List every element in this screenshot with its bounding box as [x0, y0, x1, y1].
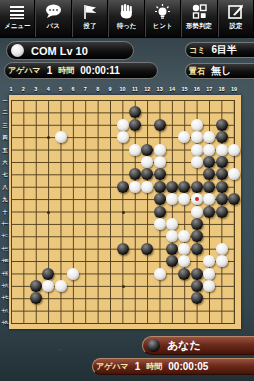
handicap-pill: 置石 無し — [185, 63, 254, 79]
white-stone-6-15[interactable] — [67, 268, 79, 280]
black-stone-13-8[interactable] — [154, 181, 166, 193]
black-time-label: 時間 — [146, 361, 162, 372]
col-label-15: 15 — [178, 86, 190, 92]
resign-button[interactable]: 投了 — [72, 0, 108, 37]
col-label-16: 16 — [191, 86, 203, 92]
handicap-label: 置石 — [189, 66, 205, 77]
star-point — [47, 211, 50, 214]
pass-button[interactable]: パス — [35, 0, 71, 37]
white-captures-pill: アゲハマ 1 時間 00:00:11 — [4, 62, 158, 79]
row-label-4: 四 — [0, 134, 9, 140]
black-stone-17-8[interactable] — [203, 181, 215, 193]
pass-icon — [45, 3, 62, 20]
black-stone-icon — [147, 339, 160, 352]
black-stone-15-15[interactable] — [178, 268, 190, 280]
col-label-13: 13 — [154, 86, 166, 92]
komi-label: コミ — [189, 45, 205, 56]
black-stone-18-9[interactable] — [216, 193, 228, 205]
col-label-2: 2 — [17, 86, 29, 92]
black-stone-10-8[interactable] — [117, 181, 129, 193]
white-stone-11-5[interactable] — [129, 144, 141, 156]
black-stone-17-10[interactable] — [203, 206, 215, 218]
black-stone-16-15[interactable] — [191, 268, 203, 280]
black-stone-11-3[interactable] — [129, 119, 141, 131]
row-label-10: 十 — [0, 209, 9, 215]
black-stone-3-16[interactable] — [30, 280, 42, 292]
star-point — [122, 211, 125, 214]
white-stone-5-16[interactable] — [55, 280, 67, 292]
white-stone-17-5[interactable] — [203, 144, 215, 156]
white-stone-14-11[interactable] — [166, 218, 178, 230]
black-stone-13-9[interactable] — [154, 193, 166, 205]
white-stone-10-3[interactable] — [117, 119, 129, 131]
handicap-value: 無し — [211, 64, 231, 78]
row-label-5: 五 — [0, 147, 9, 153]
white-stone-12-8[interactable] — [141, 181, 153, 193]
row-label-3: 三 — [0, 122, 9, 128]
black-stone-18-6[interactable] — [216, 156, 228, 168]
hint-label: ヒント — [153, 21, 173, 30]
white-stone-18-14[interactable] — [216, 255, 228, 267]
white-stone-icon — [11, 44, 24, 57]
black-stone-13-3[interactable] — [154, 119, 166, 131]
white-stone-19-5[interactable] — [228, 144, 240, 156]
black-stone-18-7[interactable] — [216, 168, 228, 180]
black-stone-16-16[interactable] — [191, 280, 203, 292]
black-stone-12-5[interactable] — [141, 144, 153, 156]
resign-label: 投了 — [84, 21, 97, 30]
white-stone-5-4[interactable] — [55, 131, 67, 143]
black-stone-16-8[interactable] — [191, 181, 203, 193]
hint-button[interactable]: ヒント — [145, 0, 181, 37]
black-captures-pill: アゲハマ 1 時間 00:00:05 — [92, 358, 254, 375]
black-stone-13-10[interactable] — [154, 206, 166, 218]
col-label-4: 4 — [42, 86, 54, 92]
black-stone-18-4[interactable] — [216, 131, 228, 143]
row-label-18: 十八 — [0, 308, 9, 313]
row-label-19: 十九 — [0, 320, 9, 325]
row-label-13: 十三 — [0, 246, 9, 251]
black-captures-label: アゲハマ — [96, 361, 129, 372]
black-stone-12-13[interactable] — [141, 243, 153, 255]
white-stone-13-15[interactable] — [154, 268, 166, 280]
menu-button[interactable]: メニュー — [0, 0, 35, 37]
white-stone-16-10[interactable] — [191, 206, 203, 218]
black-stone-16-11[interactable] — [191, 218, 203, 230]
hint-bulb-icon — [154, 3, 171, 20]
com-player-name: COM Lv 10 — [31, 45, 88, 57]
white-stone-16-6[interactable] — [191, 156, 203, 168]
col-label-18: 18 — [216, 86, 228, 92]
row-label-9: 九 — [0, 196, 9, 202]
human-player-pill: あなた — [142, 336, 254, 355]
white-stone-13-11[interactable] — [154, 218, 166, 230]
resign-flag-icon — [82, 3, 98, 20]
col-label-6: 6 — [67, 86, 79, 92]
black-clock: 00:00:05 — [168, 361, 208, 372]
col-label-10: 10 — [117, 86, 129, 92]
undo-button[interactable]: 待った — [108, 0, 144, 37]
row-label-12: 十二 — [0, 233, 9, 238]
white-stone-13-5[interactable] — [154, 144, 166, 156]
black-stone-18-3[interactable] — [216, 119, 228, 131]
judgement-label: 形勢判定 — [186, 21, 212, 30]
white-stone-10-4[interactable] — [117, 131, 129, 143]
col-label-3: 3 — [30, 86, 42, 92]
black-stone-4-15[interactable] — [42, 268, 54, 280]
white-stone-18-13[interactable] — [216, 243, 228, 255]
row-label-15: 十五 — [0, 271, 9, 276]
black-stone-14-8[interactable] — [166, 181, 178, 193]
settings-button[interactable]: 設定 — [218, 0, 254, 37]
row-label-2: 二 — [0, 109, 9, 115]
go-app-window: メニュー パス 投了 待った ヒント — [0, 0, 254, 381]
settings-icon — [228, 3, 244, 20]
black-stone-13-7[interactable] — [154, 168, 166, 180]
menu-label: メニュー — [4, 21, 30, 30]
col-label-9: 9 — [104, 86, 116, 92]
last-move-marker — [195, 197, 199, 201]
black-stone-19-9[interactable] — [228, 193, 240, 205]
white-stone-16-4[interactable] — [191, 131, 203, 143]
row-label-17: 十七 — [0, 295, 9, 300]
judgement-icon — [192, 3, 207, 20]
human-player-name: あなた — [167, 338, 201, 353]
go-board[interactable] — [9, 95, 241, 329]
undo-label: 待った — [117, 21, 137, 30]
white-captures-value: 1 — [47, 65, 53, 76]
black-stone-14-13[interactable] — [166, 243, 178, 255]
white-stone-18-5[interactable] — [216, 144, 228, 156]
col-label-19: 19 — [228, 86, 240, 92]
col-label-12: 12 — [141, 86, 153, 92]
toolbar: メニュー パス 投了 待った ヒント — [0, 0, 254, 38]
col-label-7: 7 — [79, 86, 91, 92]
komi-pill: コミ 6目半 — [185, 42, 254, 58]
row-label-14: 十四 — [0, 258, 9, 263]
col-label-1: 1 — [5, 86, 17, 92]
white-stone-16-5[interactable] — [191, 144, 203, 156]
row-label-16: 十六 — [0, 283, 9, 288]
row-label-7: 七 — [0, 171, 9, 177]
col-label-5: 5 — [55, 86, 67, 92]
white-stone-19-7[interactable] — [228, 168, 240, 180]
black-stone-18-8[interactable] — [216, 181, 228, 193]
black-stone-10-13[interactable] — [117, 243, 129, 255]
black-stone-16-13[interactable] — [191, 243, 203, 255]
col-label-8: 8 — [92, 86, 104, 92]
white-clock: 00:00:11 — [80, 65, 119, 76]
row-label-6: 六 — [0, 159, 9, 165]
white-stone-16-9[interactable] — [191, 193, 203, 205]
menu-icon — [9, 3, 25, 20]
komi-value: 6目半 — [211, 43, 237, 57]
col-label-17: 17 — [203, 86, 215, 92]
white-captures-label: アゲハマ — [8, 65, 41, 76]
black-captures-value: 1 — [135, 361, 141, 372]
white-stone-11-8[interactable] — [129, 181, 141, 193]
com-player-pill: COM Lv 10 — [6, 41, 134, 60]
star-point — [122, 285, 125, 288]
row-label-1: 一 — [0, 97, 9, 103]
white-stone-16-3[interactable] — [191, 119, 203, 131]
pass-label: パス — [47, 21, 60, 30]
white-time-label: 時間 — [58, 65, 74, 76]
col-label-11: 11 — [129, 86, 141, 92]
judgement-button[interactable]: 形勢判定 — [181, 0, 217, 37]
white-stone-13-6[interactable] — [154, 156, 166, 168]
col-label-14: 14 — [166, 86, 178, 92]
row-label-11: 十一 — [0, 221, 9, 226]
black-stone-18-10[interactable] — [216, 206, 228, 218]
settings-label: 設定 — [229, 21, 242, 30]
undo-hand-icon — [119, 3, 134, 20]
white-stone-17-15[interactable] — [203, 268, 215, 280]
row-label-8: 八 — [0, 184, 9, 190]
